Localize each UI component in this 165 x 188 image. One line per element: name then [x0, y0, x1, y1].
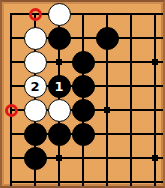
intersection — [0, 98, 23, 122]
intersection — [143, 98, 165, 122]
intersection — [47, 98, 71, 122]
white-stone — [24, 51, 47, 74]
intersection — [0, 170, 23, 188]
black-stone — [24, 147, 47, 170]
white-stone — [24, 99, 47, 122]
intersection — [0, 74, 23, 98]
intersection — [95, 98, 119, 122]
intersection — [47, 26, 71, 50]
move-number-label: 2 — [30, 80, 39, 93]
white-stone — [48, 99, 71, 122]
intersection — [0, 2, 23, 26]
red-circle-mark — [29, 8, 42, 21]
intersection — [0, 146, 23, 170]
intersection — [143, 2, 165, 26]
black-stone: 1 — [48, 75, 71, 98]
intersection — [143, 50, 165, 74]
intersection — [143, 74, 165, 98]
black-stone — [72, 75, 95, 98]
intersection — [119, 122, 143, 146]
intersection — [23, 2, 47, 26]
intersection — [143, 146, 165, 170]
intersection — [0, 26, 23, 50]
intersection — [119, 2, 143, 26]
black-stone — [96, 27, 119, 50]
white-stone: 2 — [24, 75, 47, 98]
move-number-label: 1 — [54, 80, 63, 93]
white-stone — [48, 3, 71, 26]
intersection — [23, 26, 47, 50]
black-stone — [48, 123, 71, 146]
intersection — [23, 146, 47, 170]
intersection — [95, 74, 119, 98]
intersection — [71, 170, 95, 188]
intersection — [23, 122, 47, 146]
intersection: 1 — [47, 74, 71, 98]
white-stone — [24, 27, 47, 50]
intersection — [143, 26, 165, 50]
star-point — [56, 59, 62, 65]
star-point — [152, 59, 158, 65]
black-stone — [48, 27, 71, 50]
intersection — [143, 122, 165, 146]
intersection — [95, 26, 119, 50]
intersection — [71, 2, 95, 26]
red-circle-mark — [5, 104, 18, 117]
intersection — [71, 122, 95, 146]
intersection — [71, 26, 95, 50]
intersection — [23, 50, 47, 74]
intersection — [95, 170, 119, 188]
intersection — [47, 2, 71, 26]
black-stone — [72, 123, 95, 146]
intersection — [119, 98, 143, 122]
intersection — [95, 122, 119, 146]
go-board: 21 — [0, 0, 165, 188]
star-point — [152, 155, 158, 161]
intersection — [47, 146, 71, 170]
intersection — [47, 170, 71, 188]
intersection — [95, 2, 119, 26]
intersection — [119, 146, 143, 170]
board-intersections: 21 — [0, 2, 165, 188]
black-stone — [24, 123, 47, 146]
intersection — [71, 146, 95, 170]
intersection — [23, 98, 47, 122]
intersection — [71, 74, 95, 98]
intersection — [119, 26, 143, 50]
intersection: 2 — [23, 74, 47, 98]
intersection — [0, 50, 23, 74]
intersection — [119, 74, 143, 98]
star-point — [104, 107, 110, 113]
intersection — [0, 122, 23, 146]
intersection — [119, 50, 143, 74]
intersection — [47, 50, 71, 74]
black-stone — [72, 51, 95, 74]
intersection — [143, 170, 165, 188]
intersection — [23, 170, 47, 188]
intersection — [71, 50, 95, 74]
intersection — [71, 98, 95, 122]
black-stone — [72, 99, 95, 122]
star-point — [56, 155, 62, 161]
intersection — [47, 122, 71, 146]
intersection — [119, 170, 143, 188]
intersection — [95, 146, 119, 170]
intersection — [95, 50, 119, 74]
